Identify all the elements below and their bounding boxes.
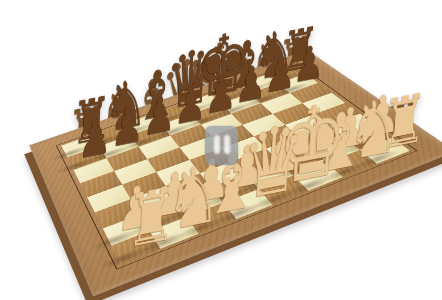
chessboard-photo-scene: ♜♞♝♛♚♝♞♜♟♟♟♟♟♟♟♟♟♟♟♟♟♟♟♟♜♞♝♛♚♝♞♜: [0, 0, 442, 300]
black-pawn[interactable]: ♟: [78, 112, 103, 166]
black-pawn[interactable]: ♟: [110, 101, 135, 154]
stock-watermark-overlay: [205, 126, 238, 165]
watermark-bar-icon: [224, 135, 230, 154]
black-pawn[interactable]: ♟: [204, 69, 229, 121]
white-rook[interactable]: ♜: [126, 181, 157, 259]
chess-board-frame: ♜♞♝♛♚♝♞♜♟♟♟♟♟♟♟♟♟♟♟♟♟♟♟♟♜♞♝♛♚♝♞♜: [29, 50, 442, 296]
black-pawn[interactable]: ♟: [142, 90, 167, 143]
board-inner-border: ♜♞♝♛♚♝♞♜♟♟♟♟♟♟♟♟♟♟♟♟♟♟♟♟♜♞♝♛♚♝♞♜: [56, 63, 417, 270]
playing-area: ♜♞♝♛♚♝♞♜♟♟♟♟♟♟♟♟♟♟♟♟♟♟♟♟♜♞♝♛♚♝♞♜: [61, 65, 410, 264]
black-pawn[interactable]: ♟: [174, 80, 199, 132]
watermark-bar-icon: [214, 135, 220, 154]
